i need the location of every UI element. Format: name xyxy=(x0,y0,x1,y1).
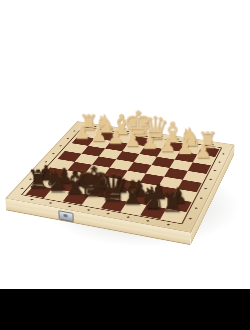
square-c4 xyxy=(146,165,170,177)
letterbox-band xyxy=(0,289,250,330)
product-photo[interactable]: ♜♞♝♚♛♝♞♜♟♟♟♟♟♟♟♟♟♟♟♟♟♟♟♟♜♞♝♚♛♝♞♜ xyxy=(0,0,250,330)
photo-scene: ♜♞♝♚♛♝♞♜♟♟♟♟♟♟♟♟♟♟♟♟♟♟♟♟♜♞♝♚♛♝♞♜ xyxy=(0,0,250,330)
latch-icon xyxy=(58,210,73,222)
square-a3 xyxy=(188,162,211,174)
chess-board: ♜♞♝♚♛♝♞♜♟♟♟♟♟♟♟♟♟♟♟♟♟♟♟♟♜♞♝♚♛♝♞♜ xyxy=(5,121,234,233)
square-a4 xyxy=(183,171,207,183)
piece-black-rook-a8: ♜ xyxy=(150,189,194,216)
